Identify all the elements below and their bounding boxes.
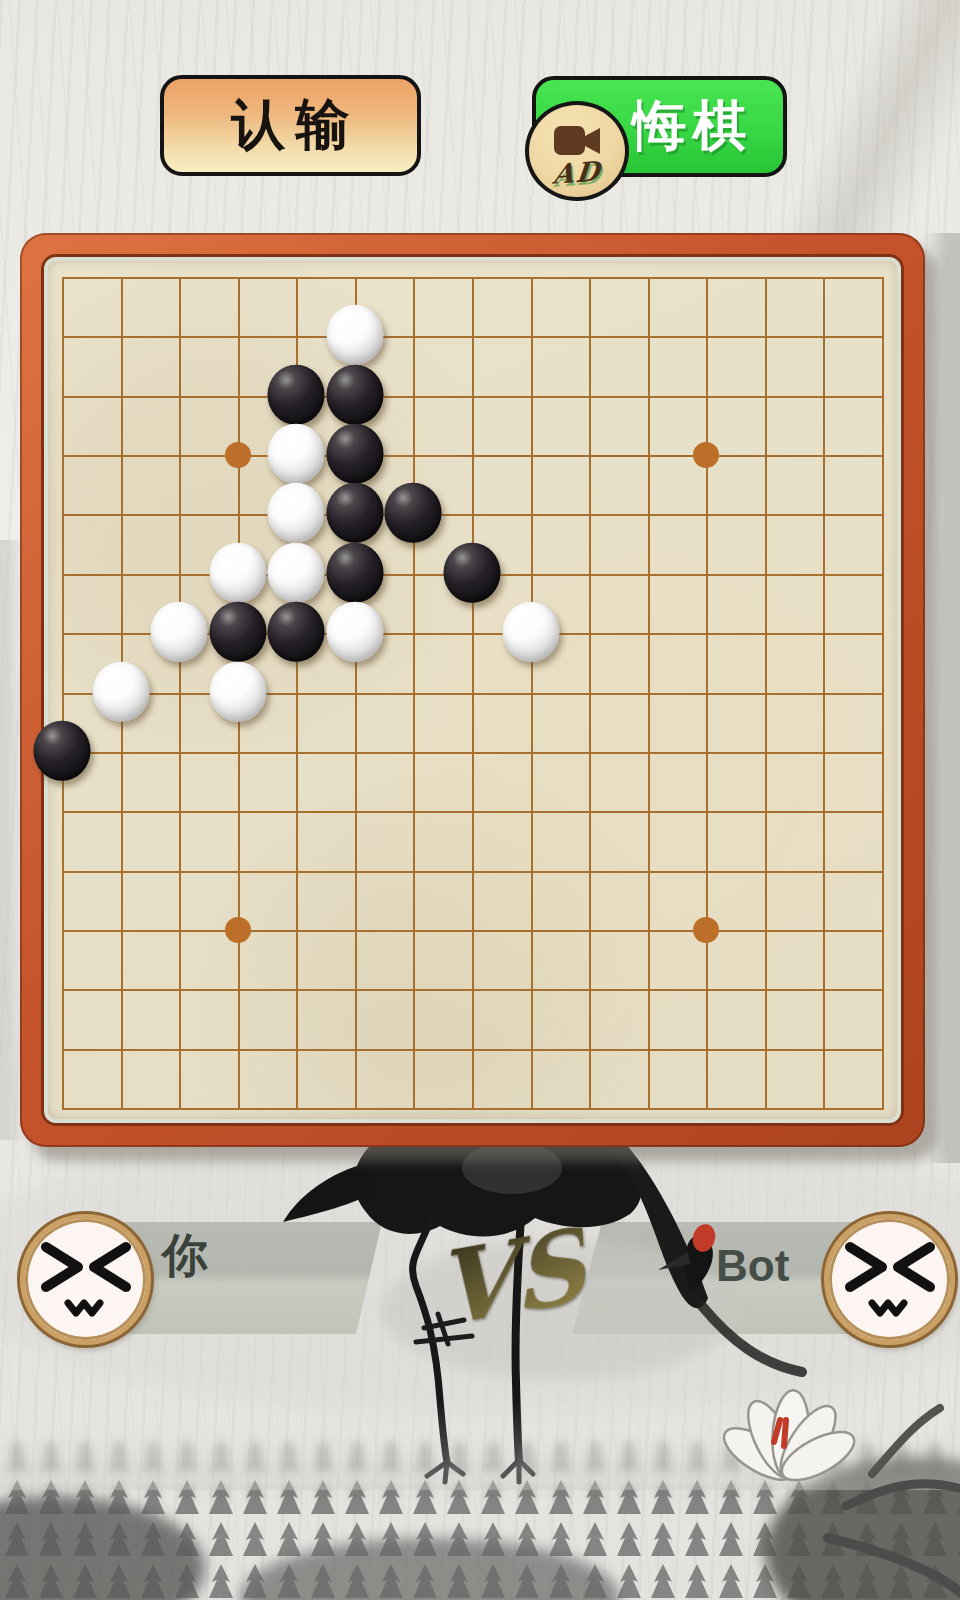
board-cell[interactable] [589, 574, 648, 633]
stone-black [385, 483, 442, 543]
stone-black [326, 543, 383, 603]
board-cell[interactable] [413, 336, 472, 395]
board-cell[interactable] [355, 811, 414, 870]
stone-white [268, 543, 325, 603]
board-cell[interactable] [62, 396, 121, 455]
board-cell[interactable] [296, 811, 355, 870]
board-cell[interactable] [589, 1049, 648, 1108]
board-cell[interactable] [648, 811, 707, 870]
board-cell[interactable] [472, 277, 531, 336]
board-cell[interactable] [413, 633, 472, 692]
board-cell[interactable] [531, 930, 590, 989]
board-cell[interactable] [62, 989, 121, 1048]
board-cell[interactable] [589, 752, 648, 811]
board-cell[interactable] [823, 633, 882, 692]
ad-badge-label: AD [551, 157, 602, 188]
board-cell[interactable] [472, 455, 531, 514]
right-shadow-band [924, 233, 960, 1163]
star-point [225, 917, 251, 943]
stone-black [209, 602, 266, 662]
board-cell[interactable] [589, 930, 648, 989]
board-cell[interactable] [648, 752, 707, 811]
board-cell[interactable] [238, 277, 297, 336]
board-cell[interactable] [62, 514, 121, 573]
board-cell[interactable] [62, 336, 121, 395]
board-cell[interactable] [296, 930, 355, 989]
board-cell[interactable] [706, 1049, 765, 1108]
stone-white [209, 661, 266, 721]
board-cell[interactable] [823, 811, 882, 870]
board-cell[interactable] [62, 455, 121, 514]
board-cell[interactable] [413, 277, 472, 336]
versus-label: VS [434, 1215, 589, 1341]
board-cell[interactable] [648, 514, 707, 573]
board-cell[interactable] [296, 989, 355, 1048]
board-cell[interactable] [121, 455, 180, 514]
board-cell[interactable] [296, 693, 355, 752]
board-cell[interactable] [589, 989, 648, 1048]
board-cell[interactable] [179, 336, 238, 395]
board-cell[interactable] [413, 396, 472, 455]
board-cell[interactable] [765, 811, 824, 870]
board-cell[interactable] [355, 752, 414, 811]
board-cell[interactable] [648, 574, 707, 633]
board-cell[interactable] [472, 989, 531, 1048]
toolbar: 认输 悔棋 AD [0, 0, 960, 220]
board-cell[interactable] [531, 277, 590, 336]
stone-black [268, 602, 325, 662]
board-cell[interactable] [121, 989, 180, 1048]
board-cell[interactable] [413, 930, 472, 989]
board-cell[interactable] [589, 514, 648, 573]
board-cell[interactable] [765, 455, 824, 514]
board-cell[interactable] [823, 752, 882, 811]
board-cell[interactable] [472, 693, 531, 752]
ink-painting [0, 1100, 960, 1600]
board-cell[interactable] [648, 1049, 707, 1108]
board-cell[interactable] [823, 574, 882, 633]
board-cell[interactable] [238, 989, 297, 1048]
board-cell[interactable] [589, 811, 648, 870]
stone-white [268, 424, 325, 484]
board-cell[interactable] [531, 693, 590, 752]
board-cell[interactable] [413, 752, 472, 811]
undo-button-label: 悔棋 [633, 90, 753, 163]
board-cell[interactable] [765, 930, 824, 989]
resign-button[interactable]: 认输 [160, 75, 421, 176]
board-cell[interactable] [62, 1049, 121, 1108]
board-grid[interactable] [62, 277, 884, 1110]
star-point [225, 442, 251, 468]
board-cell[interactable] [179, 811, 238, 870]
board-cell[interactable] [765, 574, 824, 633]
stone-black [444, 543, 501, 603]
board-cell[interactable] [179, 752, 238, 811]
board-cell[interactable] [706, 514, 765, 573]
board-cell[interactable] [531, 1049, 590, 1108]
player-avatar-right [824, 1214, 955, 1345]
board-cell[interactable] [706, 989, 765, 1048]
board-cell[interactable] [765, 336, 824, 395]
board-cell[interactable] [472, 1049, 531, 1108]
board-cell[interactable] [355, 1049, 414, 1108]
video-camera-icon [551, 121, 603, 161]
board-cell[interactable] [823, 871, 882, 930]
board-cell[interactable] [238, 752, 297, 811]
board-cell[interactable] [296, 1049, 355, 1108]
board-cell[interactable] [355, 871, 414, 930]
board-cell[interactable] [765, 633, 824, 692]
board-cell[interactable] [413, 989, 472, 1048]
board-cell[interactable] [121, 514, 180, 573]
board-cell[interactable] [706, 811, 765, 870]
board-cell[interactable] [706, 752, 765, 811]
board-cell[interactable] [765, 1049, 824, 1108]
board-cell[interactable] [531, 811, 590, 870]
board-cell[interactable] [823, 693, 882, 752]
stone-black [326, 483, 383, 543]
board-cell[interactable] [62, 574, 121, 633]
board-cell[interactable] [121, 930, 180, 989]
board-cell[interactable] [765, 989, 824, 1048]
board-cell[interactable] [706, 574, 765, 633]
squint-face-icon [38, 1239, 134, 1321]
board-cell[interactable] [121, 1049, 180, 1108]
board-cell[interactable] [706, 633, 765, 692]
board-cell[interactable] [121, 811, 180, 870]
board-cell[interactable] [62, 811, 121, 870]
star-point [693, 442, 719, 468]
board-cell[interactable] [648, 693, 707, 752]
board-cell[interactable] [179, 989, 238, 1048]
stone-black [268, 365, 325, 425]
board-cell[interactable] [121, 752, 180, 811]
board-cell[interactable] [648, 989, 707, 1048]
board-cell[interactable] [765, 693, 824, 752]
board-cell[interactable] [121, 396, 180, 455]
board-cell[interactable] [823, 336, 882, 395]
board-surface [44, 257, 901, 1123]
board-cell[interactable] [531, 514, 590, 573]
stone-white [92, 661, 149, 721]
board-cell[interactable] [823, 455, 882, 514]
board-cell[interactable] [238, 1049, 297, 1108]
board-cell[interactable] [765, 752, 824, 811]
board-cell[interactable] [589, 693, 648, 752]
board-cell[interactable] [413, 1049, 472, 1108]
board-cell[interactable] [765, 871, 824, 930]
board-cell[interactable] [706, 277, 765, 336]
board-cell[interactable] [589, 336, 648, 395]
board-cell[interactable] [121, 277, 180, 336]
board-cell[interactable] [531, 455, 590, 514]
board-cell[interactable] [531, 336, 590, 395]
board-cell[interactable] [413, 871, 472, 930]
board-cell[interactable] [355, 989, 414, 1048]
board-frame [20, 233, 925, 1147]
board-cell[interactable] [648, 633, 707, 692]
player-name-right: Bot [716, 1244, 789, 1288]
player-name-left: 你 [162, 1232, 208, 1278]
board-cell[interactable] [413, 811, 472, 870]
board-cell[interactable] [296, 871, 355, 930]
ad-video-badge[interactable]: AD [525, 101, 629, 201]
board-cell[interactable] [823, 989, 882, 1048]
board-cell[interactable] [706, 693, 765, 752]
board-cell[interactable] [823, 930, 882, 989]
stone-white [326, 602, 383, 662]
board-cell[interactable] [62, 871, 121, 930]
squint-face-icon [842, 1239, 938, 1321]
board-cell[interactable] [62, 930, 121, 989]
stone-white [502, 602, 559, 662]
board-cell[interactable] [823, 396, 882, 455]
board-cell[interactable] [531, 989, 590, 1048]
stone-white [268, 483, 325, 543]
board-cell[interactable] [472, 811, 531, 870]
stone-white [326, 305, 383, 365]
stone-black [326, 424, 383, 484]
board-cell[interactable] [589, 455, 648, 514]
board-cell[interactable] [472, 396, 531, 455]
stone-black [326, 365, 383, 425]
board-cell[interactable] [589, 277, 648, 336]
board-cell[interactable] [62, 277, 121, 336]
board-cell[interactable] [765, 396, 824, 455]
board-cell[interactable] [296, 752, 355, 811]
board-cell[interactable] [179, 1049, 238, 1108]
board-cell[interactable] [355, 693, 414, 752]
board-cell[interactable] [589, 396, 648, 455]
board-cell[interactable] [823, 514, 882, 573]
board-cell[interactable] [472, 930, 531, 989]
board-cell[interactable] [765, 514, 824, 573]
board-cell[interactable] [648, 277, 707, 336]
board-cell[interactable] [589, 871, 648, 930]
board-cell[interactable] [472, 336, 531, 395]
stone-white [151, 602, 208, 662]
board-cell[interactable] [531, 871, 590, 930]
board-cell[interactable] [472, 871, 531, 930]
board-cell[interactable] [648, 336, 707, 395]
board-cell[interactable] [823, 1049, 882, 1108]
board-cell[interactable] [121, 871, 180, 930]
board-cell[interactable] [238, 811, 297, 870]
board-cell[interactable] [413, 693, 472, 752]
undo-button[interactable]: 悔棋 AD [532, 76, 787, 177]
footer: 你 Bot VS [0, 1100, 960, 1600]
board-cell[interactable] [765, 277, 824, 336]
board-cell[interactable] [355, 930, 414, 989]
board-cell[interactable] [823, 277, 882, 336]
board-cell[interactable] [121, 336, 180, 395]
star-point [693, 917, 719, 943]
board-cell[interactable] [531, 752, 590, 811]
board-cell[interactable] [531, 396, 590, 455]
stone-white [209, 543, 266, 603]
stone-black [34, 721, 91, 781]
board-cell[interactable] [179, 277, 238, 336]
board-cell[interactable] [472, 752, 531, 811]
board-cell[interactable] [706, 336, 765, 395]
player-avatar-left [20, 1214, 151, 1345]
board-cell[interactable] [589, 633, 648, 692]
